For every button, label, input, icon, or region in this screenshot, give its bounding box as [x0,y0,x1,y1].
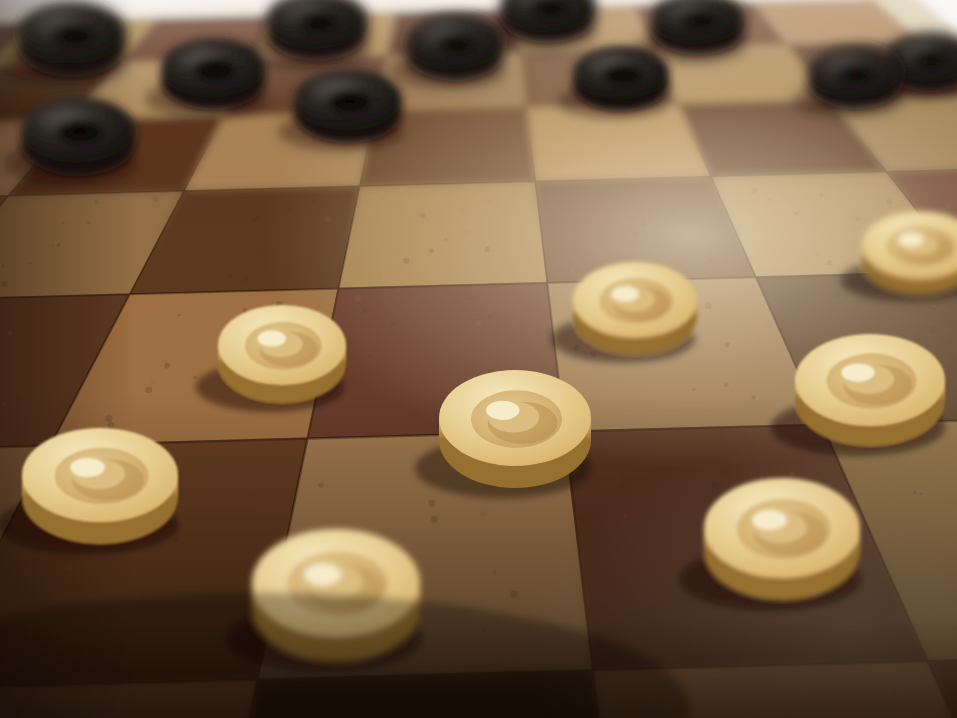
dip-highlight [752,510,786,530]
dip-highlight [70,458,104,477]
piece-hole [298,11,339,33]
checkers-photo-screen [0,0,957,718]
piece-hole [57,119,103,144]
dip-highlight [258,331,286,347]
checkers-board-photo [0,0,957,718]
dip-highlight [486,401,519,420]
piece-hole [194,58,236,81]
dip-highlight [612,286,639,301]
piece-hole [328,90,371,114]
piece-hole [838,63,876,83]
dip-highlight [304,564,341,586]
piece-hole [603,64,641,85]
piece-hole [437,33,476,54]
piece-hole [914,49,949,68]
dip-highlight [898,233,924,247]
piece-hole [681,9,719,29]
piece-hole [52,23,95,47]
dip-highlight [842,363,875,381]
bottom-edge-fade [0,620,957,718]
